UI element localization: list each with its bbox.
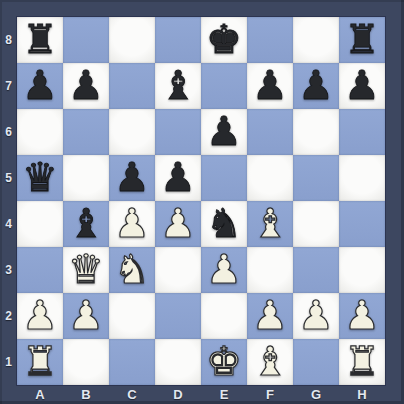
square-d7[interactable]: ♝ [155, 63, 201, 109]
piece-black-pawn[interactable]: ♟ [114, 154, 150, 200]
square-a6[interactable] [17, 109, 63, 155]
square-f7[interactable]: ♟ [247, 63, 293, 109]
square-e6[interactable]: ♟ [201, 109, 247, 155]
square-c6[interactable] [109, 109, 155, 155]
rank-label-5: 5 [0, 155, 17, 201]
square-c5[interactable]: ♟ [109, 155, 155, 201]
piece-black-pawn[interactable]: ♟ [68, 62, 104, 108]
piece-white-bishop[interactable]: ♝ [252, 200, 288, 246]
square-b5[interactable] [63, 155, 109, 201]
square-e4[interactable]: ♞ [201, 201, 247, 247]
square-c3[interactable]: ♞ [109, 247, 155, 293]
rank-labels: 87654321 [0, 17, 17, 385]
square-b1[interactable] [63, 339, 109, 385]
square-h1[interactable]: ♜ [339, 339, 385, 385]
piece-black-pawn[interactable]: ♟ [160, 154, 196, 200]
piece-white-bishop[interactable]: ♝ [252, 338, 288, 384]
file-label-e: E [201, 385, 247, 404]
square-d4[interactable]: ♟ [155, 201, 201, 247]
piece-black-pawn[interactable]: ♟ [22, 62, 58, 108]
rank-label-6: 6 [0, 109, 17, 155]
square-a3[interactable] [17, 247, 63, 293]
piece-black-pawn[interactable]: ♟ [298, 62, 334, 108]
square-d6[interactable] [155, 109, 201, 155]
square-c8[interactable] [109, 17, 155, 63]
square-g3[interactable] [293, 247, 339, 293]
piece-white-rook[interactable]: ♜ [22, 338, 58, 384]
square-b4[interactable]: ♝ [63, 201, 109, 247]
square-e7[interactable] [201, 63, 247, 109]
square-d5[interactable]: ♟ [155, 155, 201, 201]
square-h7[interactable]: ♟ [339, 63, 385, 109]
square-c2[interactable] [109, 293, 155, 339]
piece-white-pawn[interactable]: ♟ [298, 292, 334, 338]
file-labels: ABCDEFGH [17, 385, 385, 404]
file-label-b: B [63, 385, 109, 404]
piece-black-rook[interactable]: ♜ [344, 16, 380, 62]
rank-label-4: 4 [0, 201, 17, 247]
square-c1[interactable] [109, 339, 155, 385]
piece-white-knight[interactable]: ♞ [114, 246, 150, 292]
file-label-d: D [155, 385, 201, 404]
square-h6[interactable] [339, 109, 385, 155]
square-a8[interactable]: ♜ [17, 17, 63, 63]
square-c7[interactable] [109, 63, 155, 109]
piece-white-pawn[interactable]: ♟ [344, 292, 380, 338]
square-f1[interactable]: ♝ [247, 339, 293, 385]
file-label-c: C [109, 385, 155, 404]
square-h8[interactable]: ♜ [339, 17, 385, 63]
piece-black-king[interactable]: ♚ [206, 16, 242, 62]
square-g4[interactable] [293, 201, 339, 247]
piece-white-king[interactable]: ♚ [206, 338, 242, 384]
square-a5[interactable]: ♛ [17, 155, 63, 201]
square-g8[interactable] [293, 17, 339, 63]
piece-black-rook[interactable]: ♜ [22, 16, 58, 62]
square-h4[interactable] [339, 201, 385, 247]
square-g2[interactable]: ♟ [293, 293, 339, 339]
square-d1[interactable] [155, 339, 201, 385]
piece-white-queen[interactable]: ♛ [68, 246, 104, 292]
file-label-f: F [247, 385, 293, 404]
square-b6[interactable] [63, 109, 109, 155]
square-e3[interactable]: ♟ [201, 247, 247, 293]
square-d3[interactable] [155, 247, 201, 293]
square-c4[interactable]: ♟ [109, 201, 155, 247]
chess-board-frame: 87654321 ♜♚♜♟♟♝♟♟♟♟♛♟♟♝♟♟♞♝♛♞♟♟♟♟♟♟♜♚♝♜ … [0, 0, 404, 404]
piece-white-pawn[interactable]: ♟ [68, 292, 104, 338]
piece-black-pawn[interactable]: ♟ [206, 108, 242, 154]
chess-board: ♜♚♜♟♟♝♟♟♟♟♛♟♟♝♟♟♞♝♛♞♟♟♟♟♟♟♜♚♝♜ [17, 17, 385, 385]
square-h2[interactable]: ♟ [339, 293, 385, 339]
square-f5[interactable] [247, 155, 293, 201]
square-g7[interactable]: ♟ [293, 63, 339, 109]
square-e5[interactable] [201, 155, 247, 201]
piece-white-pawn[interactable]: ♟ [22, 292, 58, 338]
square-a4[interactable] [17, 201, 63, 247]
piece-black-pawn[interactable]: ♟ [252, 62, 288, 108]
square-f2[interactable]: ♟ [247, 293, 293, 339]
piece-white-pawn[interactable]: ♟ [160, 200, 196, 246]
square-b7[interactable]: ♟ [63, 63, 109, 109]
square-b3[interactable]: ♛ [63, 247, 109, 293]
square-h5[interactable] [339, 155, 385, 201]
piece-white-pawn[interactable]: ♟ [252, 292, 288, 338]
square-b8[interactable] [63, 17, 109, 63]
piece-white-pawn[interactable]: ♟ [114, 200, 150, 246]
square-e1[interactable]: ♚ [201, 339, 247, 385]
square-d8[interactable] [155, 17, 201, 63]
file-label-a: A [17, 385, 63, 404]
file-label-g: G [293, 385, 339, 404]
piece-black-knight[interactable]: ♞ [206, 200, 242, 246]
square-d2[interactable] [155, 293, 201, 339]
rank-label-2: 2 [0, 293, 17, 339]
square-g5[interactable] [293, 155, 339, 201]
rank-label-7: 7 [0, 63, 17, 109]
piece-black-pawn[interactable]: ♟ [344, 62, 380, 108]
square-h3[interactable] [339, 247, 385, 293]
square-e8[interactable]: ♚ [201, 17, 247, 63]
piece-white-pawn[interactable]: ♟ [206, 246, 242, 292]
square-f8[interactable] [247, 17, 293, 63]
file-label-h: H [339, 385, 385, 404]
square-f6[interactable] [247, 109, 293, 155]
square-b2[interactable]: ♟ [63, 293, 109, 339]
rank-label-8: 8 [0, 17, 17, 63]
square-f3[interactable] [247, 247, 293, 293]
piece-black-queen[interactable]: ♛ [22, 154, 58, 200]
rank-label-3: 3 [0, 247, 17, 293]
rank-label-1: 1 [0, 339, 17, 385]
square-e2[interactable] [201, 293, 247, 339]
piece-black-bishop[interactable]: ♝ [68, 200, 104, 246]
square-a7[interactable]: ♟ [17, 63, 63, 109]
piece-white-rook[interactable]: ♜ [344, 338, 380, 384]
square-f4[interactable]: ♝ [247, 201, 293, 247]
square-g1[interactable] [293, 339, 339, 385]
square-g6[interactable] [293, 109, 339, 155]
square-a2[interactable]: ♟ [17, 293, 63, 339]
piece-black-bishop[interactable]: ♝ [160, 62, 196, 108]
square-a1[interactable]: ♜ [17, 339, 63, 385]
